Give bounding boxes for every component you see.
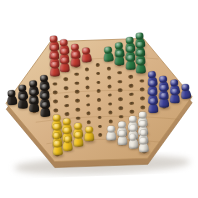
peg-green[interactable] (114, 50, 124, 65)
hole[interactable] (64, 104, 69, 108)
peg-green[interactable] (125, 55, 135, 70)
peg-head (129, 116, 137, 123)
peg-head (107, 126, 115, 133)
peg-head (150, 98, 158, 105)
hole[interactable] (85, 85, 90, 89)
peg-red[interactable] (49, 62, 59, 77)
hole[interactable] (108, 120, 113, 124)
peg-black[interactable] (18, 93, 28, 108)
peg-head (160, 84, 168, 91)
hole[interactable] (54, 108, 59, 112)
peg-white[interactable] (139, 138, 150, 154)
product-photo (0, 0, 198, 198)
hole[interactable] (97, 107, 102, 111)
hole[interactable] (53, 100, 58, 104)
peg-head (41, 102, 49, 109)
hole[interactable] (95, 63, 100, 67)
peg-head (115, 51, 123, 58)
peg-head (125, 37, 133, 45)
peg-head (50, 53, 58, 60)
peg-head (30, 98, 38, 105)
peg-head (53, 141, 61, 148)
hole[interactable] (118, 97, 123, 101)
hole[interactable] (64, 86, 69, 90)
hole[interactable] (74, 81, 79, 85)
peg-head (129, 134, 137, 141)
peg-head (8, 89, 16, 97)
peg-blue[interactable] (159, 93, 169, 108)
peg-white[interactable] (117, 130, 127, 145)
peg-head (49, 35, 57, 43)
peg-head (64, 136, 72, 143)
peg-head (115, 41, 123, 49)
peg-yellow[interactable] (63, 136, 74, 151)
peg-head (104, 46, 112, 54)
peg-head (140, 120, 148, 127)
hole[interactable] (119, 106, 124, 110)
peg-blue[interactable] (148, 98, 158, 113)
hole[interactable] (140, 105, 145, 109)
hole[interactable] (129, 84, 134, 88)
peg-body (84, 132, 94, 142)
peg-white[interactable] (128, 134, 139, 149)
peg-white[interactable] (106, 126, 116, 141)
peg-red[interactable] (81, 47, 92, 63)
peg-head (29, 80, 37, 88)
peg-head (53, 114, 61, 121)
peg-red[interactable] (60, 57, 70, 72)
peg-body (114, 56, 124, 66)
peg-body (29, 103, 39, 113)
hole[interactable] (65, 112, 70, 116)
peg-head (118, 121, 126, 128)
peg-black[interactable] (40, 101, 50, 116)
peg-head (53, 132, 61, 139)
peg-blue[interactable] (170, 88, 180, 103)
hole[interactable] (107, 76, 112, 80)
peg-head (126, 46, 134, 53)
hole[interactable] (128, 75, 133, 79)
peg-head (118, 130, 126, 137)
peg-yellow[interactable] (74, 131, 84, 146)
peg-head (30, 89, 38, 96)
hole[interactable] (75, 99, 80, 103)
peg-body (52, 146, 62, 156)
hole[interactable] (75, 108, 80, 112)
hole[interactable] (75, 90, 80, 94)
peg-green[interactable] (136, 59, 146, 74)
peg-head (181, 83, 189, 91)
peg-head (71, 43, 79, 51)
hole[interactable] (107, 84, 112, 88)
peg-head (50, 44, 58, 51)
peg-head (51, 62, 59, 69)
peg-head (171, 88, 179, 95)
hole[interactable] (140, 88, 145, 92)
peg-head (75, 131, 83, 138)
peg-black[interactable] (29, 98, 39, 113)
peg-head (53, 123, 61, 130)
peg-yellow[interactable] (52, 141, 63, 157)
hole[interactable] (139, 79, 144, 83)
peg-head (86, 126, 94, 133)
peg-body (71, 57, 81, 67)
peg-head (126, 55, 133, 62)
hole[interactable] (140, 97, 145, 101)
peg-body (139, 143, 149, 153)
peg-head (129, 125, 137, 132)
peg-blue[interactable] (180, 83, 191, 99)
peg-body (159, 99, 169, 109)
peg-head (41, 84, 49, 91)
peg-red[interactable] (71, 52, 81, 67)
hole[interactable] (63, 77, 68, 81)
peg-head (61, 57, 69, 64)
peg-green[interactable] (103, 46, 114, 62)
peg-body (106, 131, 116, 141)
peg-head (149, 89, 157, 96)
peg-head (41, 93, 49, 100)
peg-head (140, 129, 148, 136)
peg-black[interactable] (6, 89, 17, 105)
peg-head (139, 111, 147, 118)
chinese-checkers-board (0, 0, 198, 198)
peg-head (75, 122, 83, 129)
peg-head (159, 75, 167, 83)
peg-head (137, 41, 145, 48)
peg-yellow[interactable] (84, 126, 94, 141)
peg-head (19, 93, 27, 100)
